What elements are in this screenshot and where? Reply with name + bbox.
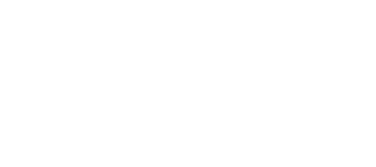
chess-board-scene bbox=[0, 0, 376, 167]
chess-set-product-photo: chess bbox=[0, 0, 376, 167]
